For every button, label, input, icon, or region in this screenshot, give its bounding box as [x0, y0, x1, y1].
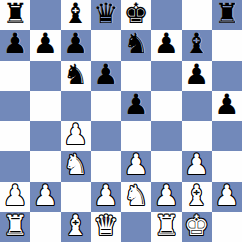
square-d7[interactable] — [91, 30, 121, 60]
square-g7[interactable]: ♝ — [182, 30, 212, 60]
square-e6[interactable] — [121, 61, 151, 91]
square-f3[interactable] — [151, 151, 181, 181]
square-e7[interactable]: ♞ — [121, 30, 151, 60]
square-g6[interactable]: ♟ — [182, 61, 212, 91]
white-bishop-c1[interactable]: ♝ — [63, 212, 88, 241]
white-rook-f1[interactable]: ♜ — [154, 212, 179, 241]
square-f4[interactable] — [151, 121, 181, 151]
square-c5[interactable] — [61, 91, 91, 121]
black-pawn-a7[interactable]: ♟ — [3, 30, 28, 59]
square-g8[interactable] — [182, 0, 212, 30]
square-f2[interactable]: ♟ — [151, 182, 181, 212]
square-g3[interactable]: ♟ — [182, 151, 212, 181]
chess-board-container: ♜♝♛♚♜♟♟♟♞♟♝♞♟♟♟♟♟♞♟♟♟♟♟♞♟♝♟♜♝♛♜♚ — [0, 0, 242, 242]
square-c7[interactable]: ♟ — [61, 30, 91, 60]
white-pawn-d2[interactable]: ♟ — [93, 182, 118, 211]
square-b5[interactable] — [30, 91, 60, 121]
square-f1[interactable]: ♜ — [151, 212, 181, 242]
square-b6[interactable] — [30, 61, 60, 91]
black-pawn-f7[interactable]: ♟ — [154, 30, 179, 59]
black-pawn-c7[interactable]: ♟ — [63, 30, 88, 59]
square-g2[interactable]: ♝ — [182, 182, 212, 212]
square-e2[interactable]: ♞ — [121, 182, 151, 212]
black-queen-d8[interactable]: ♛ — [93, 0, 118, 29]
black-knight-e7[interactable]: ♞ — [124, 30, 149, 59]
square-d4[interactable] — [91, 121, 121, 151]
square-a8[interactable]: ♜ — [0, 0, 30, 30]
black-rook-a8[interactable]: ♜ — [3, 0, 28, 29]
square-e4[interactable] — [121, 121, 151, 151]
square-d6[interactable]: ♟ — [91, 61, 121, 91]
white-pawn-c4[interactable]: ♟ — [63, 121, 88, 150]
white-knight-e2[interactable]: ♞ — [124, 182, 149, 211]
square-h3[interactable] — [212, 151, 242, 181]
square-c4[interactable]: ♟ — [61, 121, 91, 151]
black-pawn-b7[interactable]: ♟ — [33, 30, 58, 59]
square-b3[interactable] — [30, 151, 60, 181]
square-a5[interactable] — [0, 91, 30, 121]
white-pawn-a2[interactable]: ♟ — [3, 182, 28, 211]
square-h6[interactable] — [212, 61, 242, 91]
black-knight-c6[interactable]: ♞ — [63, 61, 88, 90]
square-d2[interactable]: ♟ — [91, 182, 121, 212]
square-b8[interactable] — [30, 0, 60, 30]
white-bishop-g2[interactable]: ♝ — [184, 182, 209, 211]
square-e1[interactable] — [121, 212, 151, 242]
black-rook-h8[interactable]: ♜ — [214, 0, 239, 29]
square-h4[interactable] — [212, 121, 242, 151]
square-e8[interactable]: ♚ — [121, 0, 151, 30]
black-pawn-d6[interactable]: ♟ — [93, 61, 118, 90]
black-pawn-g6[interactable]: ♟ — [184, 61, 209, 90]
square-e3[interactable]: ♟ — [121, 151, 151, 181]
square-c1[interactable]: ♝ — [61, 212, 91, 242]
square-d8[interactable]: ♛ — [91, 0, 121, 30]
black-pawn-h5[interactable]: ♟ — [214, 91, 239, 120]
white-pawn-b2[interactable]: ♟ — [33, 182, 58, 211]
white-pawn-e3[interactable]: ♟ — [124, 151, 149, 180]
square-a2[interactable]: ♟ — [0, 182, 30, 212]
white-rook-a1[interactable]: ♜ — [3, 212, 28, 241]
white-king-g1[interactable]: ♚ — [184, 212, 209, 241]
square-f5[interactable] — [151, 91, 181, 121]
white-pawn-g3[interactable]: ♟ — [184, 151, 209, 180]
square-d3[interactable] — [91, 151, 121, 181]
black-bishop-c8[interactable]: ♝ — [63, 0, 88, 29]
square-c2[interactable] — [61, 182, 91, 212]
black-king-e8[interactable]: ♚ — [124, 0, 149, 29]
black-bishop-g7[interactable]: ♝ — [184, 30, 209, 59]
square-h1[interactable] — [212, 212, 242, 242]
square-h5[interactable]: ♟ — [212, 91, 242, 121]
square-b7[interactable]: ♟ — [30, 30, 60, 60]
square-e5[interactable]: ♟ — [121, 91, 151, 121]
black-pawn-e5[interactable]: ♟ — [124, 91, 149, 120]
square-c6[interactable]: ♞ — [61, 61, 91, 91]
square-a4[interactable] — [0, 121, 30, 151]
square-b2[interactable]: ♟ — [30, 182, 60, 212]
square-h2[interactable]: ♟ — [212, 182, 242, 212]
square-h8[interactable]: ♜ — [212, 0, 242, 30]
white-queen-d1[interactable]: ♛ — [93, 212, 118, 241]
square-g5[interactable] — [182, 91, 212, 121]
square-d5[interactable] — [91, 91, 121, 121]
square-a3[interactable] — [0, 151, 30, 181]
white-pawn-h2[interactable]: ♟ — [214, 182, 239, 211]
square-g4[interactable] — [182, 121, 212, 151]
square-f8[interactable] — [151, 0, 181, 30]
square-b4[interactable] — [30, 121, 60, 151]
square-a1[interactable]: ♜ — [0, 212, 30, 242]
square-f6[interactable] — [151, 61, 181, 91]
square-d1[interactable]: ♛ — [91, 212, 121, 242]
square-h7[interactable] — [212, 30, 242, 60]
square-f7[interactable]: ♟ — [151, 30, 181, 60]
square-g1[interactable]: ♚ — [182, 212, 212, 242]
white-pawn-f2[interactable]: ♟ — [154, 182, 179, 211]
square-c3[interactable]: ♞ — [61, 151, 91, 181]
square-a7[interactable]: ♟ — [0, 30, 30, 60]
square-a6[interactable] — [0, 61, 30, 91]
square-b1[interactable] — [30, 212, 60, 242]
white-knight-c3[interactable]: ♞ — [63, 151, 88, 180]
square-c8[interactable]: ♝ — [61, 0, 91, 30]
chess-board: ♜♝♛♚♜♟♟♟♞♟♝♞♟♟♟♟♟♞♟♟♟♟♟♞♟♝♟♜♝♛♜♚ — [0, 0, 242, 242]
